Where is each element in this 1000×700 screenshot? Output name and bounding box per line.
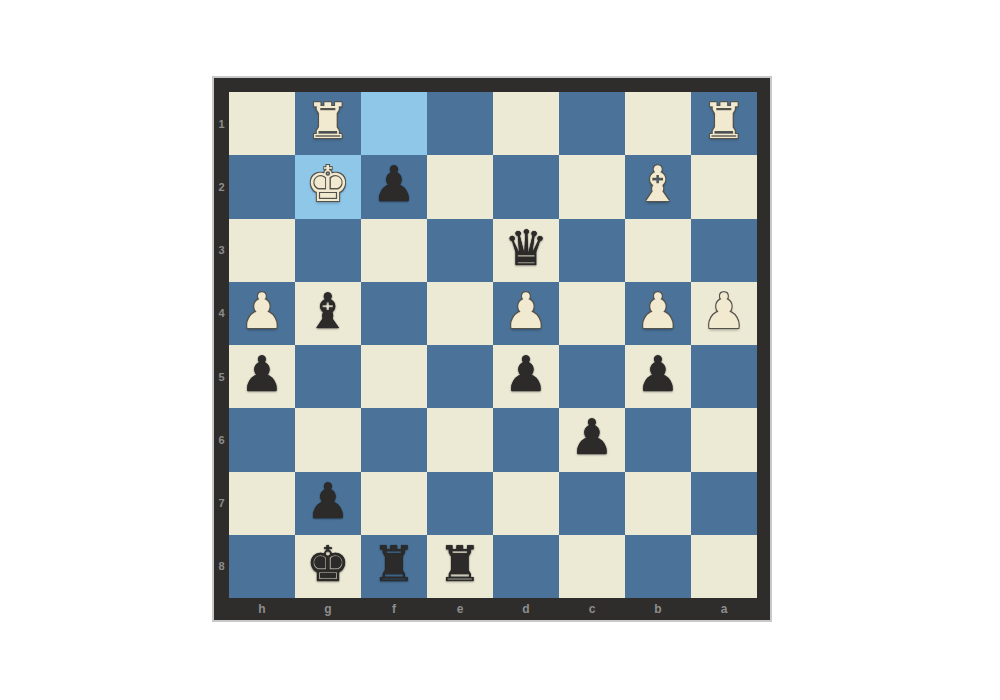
square-e7[interactable] (427, 472, 493, 535)
square-c1[interactable] (559, 92, 625, 155)
square-d6[interactable] (493, 408, 559, 471)
black-pawn[interactable]: ♟ (372, 160, 416, 209)
black-bishop[interactable]: ♝ (306, 287, 350, 336)
square-e1[interactable] (427, 92, 493, 155)
square-a3[interactable] (691, 219, 757, 282)
rank-label-3: 3 (214, 219, 229, 282)
square-g6[interactable] (295, 408, 361, 471)
board-grid: ♜♜♚♟♝♛♟♝♟♟♟♟♟♟♟♟♚♜♜ (229, 92, 757, 598)
black-pawn[interactable]: ♟ (240, 350, 284, 399)
file-label-f: f (361, 598, 427, 620)
square-b4[interactable]: ♟ (625, 282, 691, 345)
square-d3[interactable]: ♛ (493, 219, 559, 282)
square-d4[interactable]: ♟ (493, 282, 559, 345)
square-d1[interactable] (493, 92, 559, 155)
black-pawn[interactable]: ♟ (504, 350, 548, 399)
square-e8[interactable]: ♜ (427, 535, 493, 598)
file-label-h: h (229, 598, 295, 620)
file-label-c: c (559, 598, 625, 620)
square-h5[interactable]: ♟ (229, 345, 295, 408)
square-b5[interactable]: ♟ (625, 345, 691, 408)
square-a6[interactable] (691, 408, 757, 471)
square-f2[interactable]: ♟ (361, 155, 427, 218)
square-c7[interactable] (559, 472, 625, 535)
file-label-e: e (427, 598, 493, 620)
square-g3[interactable] (295, 219, 361, 282)
square-h1[interactable] (229, 92, 295, 155)
square-a8[interactable] (691, 535, 757, 598)
square-a1[interactable]: ♜ (691, 92, 757, 155)
square-b1[interactable] (625, 92, 691, 155)
black-pawn[interactable]: ♟ (570, 413, 614, 462)
square-e4[interactable] (427, 282, 493, 345)
square-g8[interactable]: ♚ (295, 535, 361, 598)
white-pawn[interactable]: ♟ (702, 287, 746, 336)
square-g4[interactable]: ♝ (295, 282, 361, 345)
square-e6[interactable] (427, 408, 493, 471)
square-c5[interactable] (559, 345, 625, 408)
rank-label-7: 7 (214, 472, 229, 535)
white-pawn[interactable]: ♟ (504, 287, 548, 336)
rank-label-2: 2 (214, 155, 229, 218)
file-label-b: b (625, 598, 691, 620)
black-king[interactable]: ♚ (306, 540, 350, 589)
square-e5[interactable] (427, 345, 493, 408)
square-h7[interactable] (229, 472, 295, 535)
square-c4[interactable] (559, 282, 625, 345)
black-rook[interactable]: ♜ (372, 540, 416, 589)
rank-label-8: 8 (214, 535, 229, 598)
square-g1[interactable]: ♜ (295, 92, 361, 155)
rank-label-5: 5 (214, 345, 229, 408)
rank-label-6: 6 (214, 408, 229, 471)
square-f5[interactable] (361, 345, 427, 408)
square-f4[interactable] (361, 282, 427, 345)
square-f7[interactable] (361, 472, 427, 535)
black-pawn[interactable]: ♟ (306, 477, 350, 526)
file-label-g: g (295, 598, 361, 620)
square-h4[interactable]: ♟ (229, 282, 295, 345)
square-e3[interactable] (427, 219, 493, 282)
white-rook[interactable]: ♜ (702, 97, 746, 146)
white-pawn[interactable]: ♟ (240, 287, 284, 336)
square-f1[interactable] (361, 92, 427, 155)
square-f6[interactable] (361, 408, 427, 471)
square-g2[interactable]: ♚ (295, 155, 361, 218)
square-h8[interactable] (229, 535, 295, 598)
square-b7[interactable] (625, 472, 691, 535)
black-rook[interactable]: ♜ (438, 540, 482, 589)
square-b3[interactable] (625, 219, 691, 282)
square-b8[interactable] (625, 535, 691, 598)
square-d5[interactable]: ♟ (493, 345, 559, 408)
square-a4[interactable]: ♟ (691, 282, 757, 345)
chess-board: 12345678 ♜♜♚♟♝♛♟♝♟♟♟♟♟♟♟♟♚♜♜ hgfedcba (214, 78, 770, 620)
square-c6[interactable]: ♟ (559, 408, 625, 471)
white-rook[interactable]: ♜ (306, 97, 350, 146)
square-c3[interactable] (559, 219, 625, 282)
file-label-d: d (493, 598, 559, 620)
square-g7[interactable]: ♟ (295, 472, 361, 535)
rank-label-1: 1 (214, 92, 229, 155)
square-e2[interactable] (427, 155, 493, 218)
square-a5[interactable] (691, 345, 757, 408)
white-pawn[interactable]: ♟ (636, 287, 680, 336)
square-c8[interactable] (559, 535, 625, 598)
square-c2[interactable] (559, 155, 625, 218)
file-labels: hgfedcba (229, 598, 757, 620)
square-f3[interactable] (361, 219, 427, 282)
square-d7[interactable] (493, 472, 559, 535)
square-b6[interactable] (625, 408, 691, 471)
square-g5[interactable] (295, 345, 361, 408)
rank-label-4: 4 (214, 282, 229, 345)
black-queen[interactable]: ♛ (504, 224, 548, 273)
white-bishop[interactable]: ♝ (636, 160, 680, 209)
white-king[interactable]: ♚ (306, 160, 350, 209)
square-a2[interactable] (691, 155, 757, 218)
square-h2[interactable] (229, 155, 295, 218)
square-h6[interactable] (229, 408, 295, 471)
black-pawn[interactable]: ♟ (636, 350, 680, 399)
file-label-a: a (691, 598, 757, 620)
rank-labels: 12345678 (214, 92, 229, 598)
square-d8[interactable] (493, 535, 559, 598)
square-h3[interactable] (229, 219, 295, 282)
square-a7[interactable] (691, 472, 757, 535)
square-f8[interactable]: ♜ (361, 535, 427, 598)
square-d2[interactable] (493, 155, 559, 218)
square-b2[interactable]: ♝ (625, 155, 691, 218)
